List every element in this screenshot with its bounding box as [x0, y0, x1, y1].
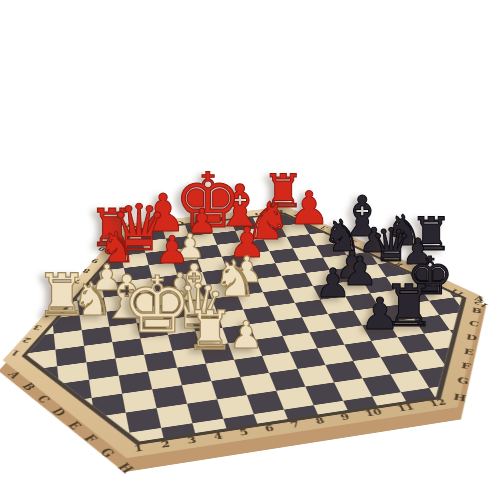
black-pawn[interactable]: ♟ — [360, 292, 399, 336]
white-king[interactable]: ♚ — [122, 266, 192, 344]
product-photo-scene: 123456789101112ABCDEFGH123456789101112HG… — [0, 0, 500, 500]
pieces-layer: ♜♞♛♟♟♚♟♝♞♟♜♟♜♞♟♝♚♟♝♛♞♟♜♟♟♞♝♟♛♞♜♟♟♟♟♚♜♟ — [0, 0, 500, 500]
white-rook[interactable]: ♜ — [36, 266, 88, 324]
white-rook[interactable]: ♜ — [186, 304, 234, 358]
black-pawn[interactable]: ♟ — [315, 263, 351, 303]
